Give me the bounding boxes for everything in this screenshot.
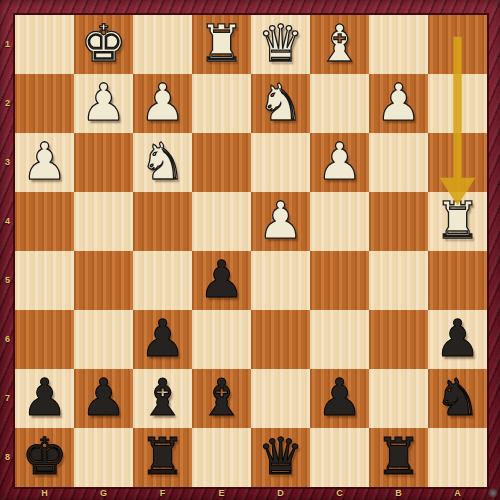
square-h4[interactable] xyxy=(15,192,74,251)
piece-black-pawn-h7[interactable]: ♟ xyxy=(15,369,74,428)
piece-white-knight-d2[interactable]: ♞ xyxy=(251,74,310,133)
file-label-e: E xyxy=(192,487,251,500)
file-label-b: B xyxy=(369,487,428,500)
square-f2[interactable]: ♟ xyxy=(133,74,192,133)
piece-black-pawn-c7[interactable]: ♟ xyxy=(310,369,369,428)
square-c5[interactable] xyxy=(310,251,369,310)
piece-black-pawn-g7[interactable]: ♟ xyxy=(74,369,133,428)
square-g2[interactable]: ♟ xyxy=(74,74,133,133)
square-a4[interactable]: ♜ xyxy=(428,192,487,251)
square-a5[interactable] xyxy=(428,251,487,310)
square-h2[interactable] xyxy=(15,74,74,133)
piece-white-pawn-d4[interactable]: ♟ xyxy=(251,192,310,251)
square-e1[interactable]: ♜ xyxy=(192,15,251,74)
piece-black-pawn-f6[interactable]: ♟ xyxy=(133,310,192,369)
rank-label-8: 8 xyxy=(0,428,15,487)
piece-white-queen-d1[interactable]: ♛ xyxy=(251,15,310,74)
piece-black-pawn-a6[interactable]: ♟ xyxy=(428,310,487,369)
square-e7[interactable]: ♝ xyxy=(192,369,251,428)
piece-white-king-g1[interactable]: ♚ xyxy=(74,15,133,74)
square-c8[interactable] xyxy=(310,428,369,487)
square-d2[interactable]: ♞ xyxy=(251,74,310,133)
piece-white-rook-e1[interactable]: ♜ xyxy=(192,15,251,74)
square-a7[interactable]: ♞ xyxy=(428,369,487,428)
square-e6[interactable] xyxy=(192,310,251,369)
square-e4[interactable] xyxy=(192,192,251,251)
square-g3[interactable] xyxy=(74,133,133,192)
piece-black-bishop-f7[interactable]: ♝ xyxy=(133,369,192,428)
square-a6[interactable]: ♟ xyxy=(428,310,487,369)
rank-label-1: 1 xyxy=(0,15,15,74)
piece-black-pawn-e5[interactable]: ♟ xyxy=(192,251,251,310)
square-d5[interactable] xyxy=(251,251,310,310)
file-label-d: D xyxy=(251,487,310,500)
square-d1[interactable]: ♛ xyxy=(251,15,310,74)
square-f6[interactable]: ♟ xyxy=(133,310,192,369)
square-b3[interactable] xyxy=(369,133,428,192)
rank-label-2: 2 xyxy=(0,74,15,133)
piece-black-rook-b8[interactable]: ♜ xyxy=(369,428,428,487)
square-g5[interactable] xyxy=(74,251,133,310)
file-label-h: H xyxy=(15,487,74,500)
piece-white-pawn-f2[interactable]: ♟ xyxy=(133,74,192,133)
square-c6[interactable] xyxy=(310,310,369,369)
square-a1[interactable] xyxy=(428,15,487,74)
square-c4[interactable] xyxy=(310,192,369,251)
square-h1[interactable] xyxy=(15,15,74,74)
square-d8[interactable]: ♛ xyxy=(251,428,310,487)
piece-white-pawn-g2[interactable]: ♟ xyxy=(74,74,133,133)
piece-white-bishop-c1[interactable]: ♝ xyxy=(310,15,369,74)
rank-label-4: 4 xyxy=(0,192,15,251)
square-b7[interactable] xyxy=(369,369,428,428)
square-h7[interactable]: ♟ xyxy=(15,369,74,428)
square-d3[interactable] xyxy=(251,133,310,192)
square-a8[interactable] xyxy=(428,428,487,487)
square-e5[interactable]: ♟ xyxy=(192,251,251,310)
rank-label-7: 7 xyxy=(0,369,15,428)
square-g1[interactable]: ♚ xyxy=(74,15,133,74)
file-label-g: G xyxy=(74,487,133,500)
square-g6[interactable] xyxy=(74,310,133,369)
piece-black-bishop-e7[interactable]: ♝ xyxy=(192,369,251,428)
square-d7[interactable] xyxy=(251,369,310,428)
square-h6[interactable] xyxy=(15,310,74,369)
square-e2[interactable] xyxy=(192,74,251,133)
corner-dot xyxy=(488,488,498,498)
square-e3[interactable] xyxy=(192,133,251,192)
square-b4[interactable] xyxy=(369,192,428,251)
piece-black-rook-f8[interactable]: ♜ xyxy=(133,428,192,487)
square-c2[interactable] xyxy=(310,74,369,133)
square-g7[interactable]: ♟ xyxy=(74,369,133,428)
square-b2[interactable]: ♟ xyxy=(369,74,428,133)
square-f8[interactable]: ♜ xyxy=(133,428,192,487)
square-h8[interactable]: ♚ xyxy=(15,428,74,487)
square-a2[interactable] xyxy=(428,74,487,133)
square-b6[interactable] xyxy=(369,310,428,369)
piece-black-knight-a7[interactable]: ♞ xyxy=(428,369,487,428)
square-f4[interactable] xyxy=(133,192,192,251)
square-f5[interactable] xyxy=(133,251,192,310)
square-c7[interactable]: ♟ xyxy=(310,369,369,428)
file-label-f: F xyxy=(133,487,192,500)
piece-white-rook-a4[interactable]: ♜ xyxy=(428,192,487,251)
square-c3[interactable]: ♟ xyxy=(310,133,369,192)
square-h3[interactable]: ♟ xyxy=(15,133,74,192)
square-f1[interactable] xyxy=(133,15,192,74)
square-h5[interactable] xyxy=(15,251,74,310)
square-f7[interactable]: ♝ xyxy=(133,369,192,428)
piece-white-pawn-h3[interactable]: ♟ xyxy=(15,133,74,192)
piece-white-pawn-b2[interactable]: ♟ xyxy=(369,74,428,133)
square-g8[interactable] xyxy=(74,428,133,487)
piece-black-queen-d8[interactable]: ♛ xyxy=(251,428,310,487)
square-b8[interactable]: ♜ xyxy=(369,428,428,487)
square-d6[interactable] xyxy=(251,310,310,369)
square-e8[interactable] xyxy=(192,428,251,487)
square-f3[interactable]: ♞ xyxy=(133,133,192,192)
square-g4[interactable] xyxy=(74,192,133,251)
rank-label-6: 6 xyxy=(0,310,15,369)
square-c1[interactable]: ♝ xyxy=(310,15,369,74)
square-a3[interactable] xyxy=(428,133,487,192)
rank-label-3: 3 xyxy=(0,133,15,192)
chess-board-frame: ♚♜♛♝♟♟♞♟♟♞♟♟♜♟♟♟♟♟♝♝♟♞♚♜♛♜ 12345678 HGFE… xyxy=(0,0,500,500)
square-b1[interactable] xyxy=(369,15,428,74)
square-b5[interactable] xyxy=(369,251,428,310)
file-label-c: C xyxy=(310,487,369,500)
piece-white-pawn-c3[interactable]: ♟ xyxy=(310,133,369,192)
file-label-a: A xyxy=(428,487,487,500)
square-d4[interactable]: ♟ xyxy=(251,192,310,251)
piece-white-knight-f3[interactable]: ♞ xyxy=(133,133,192,192)
piece-black-king-h8[interactable]: ♚ xyxy=(15,428,74,487)
rank-label-5: 5 xyxy=(0,251,15,310)
chess-board: ♚♜♛♝♟♟♞♟♟♞♟♟♜♟♟♟♟♟♝♝♟♞♚♜♛♜ xyxy=(15,15,487,487)
